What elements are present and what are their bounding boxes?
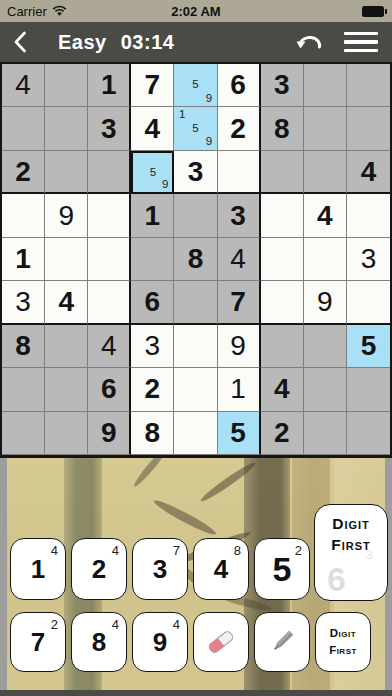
cell-r4c5[interactable] xyxy=(174,194,217,237)
given-digit: 4 xyxy=(145,115,161,143)
cell-r1c7[interactable]: 3 xyxy=(261,64,304,107)
digit-count-badge: 8 xyxy=(234,544,241,557)
cell-r5c7[interactable] xyxy=(261,238,304,281)
cell-r1c6[interactable]: 6 xyxy=(218,64,261,107)
cell-r6c5[interactable] xyxy=(174,281,217,324)
given-digit: 1 xyxy=(145,202,161,230)
bamboo-leaf xyxy=(132,458,171,489)
cell-r5c6[interactable]: 4 xyxy=(218,238,261,281)
pencil-digit: 5 xyxy=(189,122,202,135)
cell-r3c1[interactable]: 2 xyxy=(2,151,45,194)
pencil-digit: 5 xyxy=(147,166,159,178)
cell-r2c2[interactable] xyxy=(45,107,88,150)
given-digit: 1 xyxy=(101,71,117,99)
nav-bar: Easy 03:14 xyxy=(0,22,392,62)
cell-r6c9[interactable] xyxy=(347,281,390,324)
cell-r5c2[interactable] xyxy=(45,238,88,281)
given-digit: 6 xyxy=(101,375,117,403)
pencil-icon xyxy=(267,627,297,657)
cell-r7c1[interactable]: 8 xyxy=(2,325,45,368)
cell-r9c6[interactable]: 5 xyxy=(218,412,261,455)
bottom-bar xyxy=(0,690,392,696)
given-digit: 4 xyxy=(274,375,290,403)
cell-r9c8[interactable] xyxy=(304,412,347,455)
given-digit: 6 xyxy=(145,288,161,316)
entered-digit: 9 xyxy=(317,288,333,316)
keypad-digit: 4 xyxy=(214,556,228,582)
cell-r8c2[interactable] xyxy=(45,368,88,411)
digit-count-badge: 4 xyxy=(112,618,119,631)
menu-icon xyxy=(344,32,378,36)
entered-digit: 4 xyxy=(101,332,117,360)
eraser-button[interactable] xyxy=(193,612,249,672)
digit-first-button-label: DigitFirst xyxy=(329,625,357,660)
keypad-digit: 7 xyxy=(31,629,45,655)
cell-r7c8[interactable] xyxy=(304,325,347,368)
entered-digit: 9 xyxy=(230,332,246,360)
cell-r1c4[interactable]: 7 xyxy=(131,64,174,107)
given-digit: 8 xyxy=(15,332,31,360)
cell-r8c3[interactable]: 6 xyxy=(88,368,131,411)
cell-r9c7[interactable]: 2 xyxy=(261,412,304,455)
entered-digit: 3 xyxy=(15,288,31,316)
cell-r4c3[interactable] xyxy=(88,194,131,237)
cell-r1c5[interactable]: 59 xyxy=(174,64,217,107)
cell-r4c2[interactable]: 9 xyxy=(45,194,88,237)
back-button[interactable] xyxy=(0,22,40,62)
entered-digit: 4 xyxy=(15,71,31,99)
cell-r5c8[interactable] xyxy=(304,238,347,281)
cell-r5c9[interactable]: 3 xyxy=(347,238,390,281)
cell-r2c8[interactable] xyxy=(304,107,347,150)
given-digit: 2 xyxy=(15,158,31,186)
digit-4-button[interactable]: 48 xyxy=(193,538,249,600)
given-digit: 8 xyxy=(274,115,290,143)
entered-digit: 3 xyxy=(145,332,161,360)
eraser-icon xyxy=(204,627,238,657)
cell-r7c2[interactable] xyxy=(45,325,88,368)
battery-icon xyxy=(362,6,392,17)
digit-1-button[interactable]: 14 xyxy=(10,538,66,600)
cell-r9c5[interactable] xyxy=(174,412,217,455)
cell-r9c1[interactable] xyxy=(2,412,45,455)
cell-r4c9[interactable] xyxy=(347,194,390,237)
cell-r3c4[interactable]: 59 xyxy=(131,151,174,194)
cell-r4c8[interactable]: 4 xyxy=(304,194,347,237)
cell-r4c7[interactable] xyxy=(261,194,304,237)
given-digit: 3 xyxy=(274,71,290,99)
given-digit: 2 xyxy=(145,375,161,403)
given-digit: 7 xyxy=(230,288,246,316)
cell-r5c3[interactable] xyxy=(88,238,131,281)
cell-r2c9[interactable] xyxy=(347,107,390,150)
cell-r4c1[interactable] xyxy=(2,194,45,237)
cell-r5c4[interactable] xyxy=(131,238,174,281)
entered-digit: 9 xyxy=(58,202,74,230)
undo-button[interactable] xyxy=(292,25,326,59)
menu-button[interactable] xyxy=(344,25,378,59)
cell-r1c1[interactable]: 4 xyxy=(2,64,45,107)
cell-r6c8[interactable]: 9 xyxy=(304,281,347,324)
cell-r9c2[interactable] xyxy=(45,412,88,455)
digit-count-badge: 7 xyxy=(173,544,180,557)
cell-r2c5[interactable]: 159 xyxy=(174,107,217,150)
undo-icon xyxy=(295,31,323,53)
background-art: 1424374852DigitFirst63728494DigitFirst xyxy=(0,458,392,690)
pencil-digit: 5 xyxy=(189,78,202,91)
cell-r7c5[interactable] xyxy=(174,325,217,368)
cell-r2c1[interactable] xyxy=(2,107,45,150)
cell-r7c9[interactable]: 5 xyxy=(347,325,390,368)
cell-r6c4[interactable]: 6 xyxy=(131,281,174,324)
cell-r9c3[interactable]: 9 xyxy=(88,412,131,455)
given-digit: 7 xyxy=(145,71,161,99)
bamboo-leaf xyxy=(152,497,218,538)
keypad-digit: 8 xyxy=(92,629,106,655)
keypad-digit: 1 xyxy=(31,556,45,582)
cell-r9c9[interactable] xyxy=(347,412,390,455)
status-bar: Carrier 2:02 AM xyxy=(0,0,392,22)
given-digit: 1 xyxy=(15,245,31,273)
cell-r2c3[interactable]: 3 xyxy=(88,107,131,150)
cell-r1c3[interactable]: 1 xyxy=(88,64,131,107)
cell-r8c4[interactable]: 2 xyxy=(131,368,174,411)
cell-r2c6[interactable]: 2 xyxy=(218,107,261,150)
given-digit: 8 xyxy=(188,245,204,273)
entered-digit: 3 xyxy=(361,245,377,273)
cell-r6c2[interactable]: 4 xyxy=(45,281,88,324)
cell-r2c7[interactable]: 8 xyxy=(261,107,304,150)
digit-count-badge: 2 xyxy=(51,618,58,631)
cell-r8c1[interactable] xyxy=(2,368,45,411)
clock: 2:02 AM xyxy=(0,4,392,19)
digit-count-badge: 4 xyxy=(173,618,180,631)
cell-r6c7[interactable] xyxy=(261,281,304,324)
cell-r6c3[interactable] xyxy=(88,281,131,324)
entered-digit: 4 xyxy=(230,245,246,273)
cell-r3c9[interactable]: 4 xyxy=(347,151,390,194)
digit-6-count-ghost: 3 xyxy=(366,547,373,562)
cell-r8c7[interactable]: 4 xyxy=(261,368,304,411)
cell-r1c8[interactable] xyxy=(304,64,347,107)
given-digit: 6 xyxy=(230,71,246,99)
difficulty-label: Easy xyxy=(58,31,107,54)
cell-r7c3[interactable]: 4 xyxy=(88,325,131,368)
digit-count-badge: 4 xyxy=(51,544,58,557)
cell-r3c5[interactable]: 3 xyxy=(174,151,217,194)
digit-count-badge: 2 xyxy=(295,544,302,557)
cell-r2c4[interactable]: 4 xyxy=(131,107,174,150)
given-digit: 3 xyxy=(101,115,117,143)
pencil-digit: 1 xyxy=(175,108,188,121)
cell-r3c8[interactable] xyxy=(304,151,347,194)
given-digit: 3 xyxy=(188,158,204,186)
digit-3-button[interactable]: 37 xyxy=(132,538,188,600)
entered-digit: 1 xyxy=(230,375,246,403)
cell-r5c5[interactable]: 8 xyxy=(174,238,217,281)
cell-r6c6[interactable]: 7 xyxy=(218,281,261,324)
pencil-marks: 59 xyxy=(134,154,171,191)
keypad-digit: 3 xyxy=(153,556,167,582)
cell-r3c3[interactable] xyxy=(88,151,131,194)
cell-r3c7[interactable] xyxy=(261,151,304,194)
pencil-button[interactable] xyxy=(254,612,310,672)
digit-first-popup[interactable]: DigitFirst63 xyxy=(314,504,388,601)
given-digit: 8 xyxy=(145,419,161,447)
digit-count-badge: 4 xyxy=(112,544,119,557)
timer-label: 03:14 xyxy=(121,31,175,54)
cell-r7c6[interactable]: 9 xyxy=(218,325,261,368)
cell-r3c2[interactable] xyxy=(45,151,88,194)
cell-r8c6[interactable]: 1 xyxy=(218,368,261,411)
digit-7-button[interactable]: 72 xyxy=(10,612,66,672)
given-digit: 2 xyxy=(274,419,290,447)
given-digit: 2 xyxy=(230,115,246,143)
pencil-marks: 59 xyxy=(175,65,215,105)
given-digit: 3 xyxy=(230,202,246,230)
pencil-marks: 159 xyxy=(175,108,215,148)
digit-first-button[interactable]: DigitFirst xyxy=(315,612,371,672)
game-title: Easy 03:14 xyxy=(58,31,174,54)
digit-first-popup-label: DigitFirst xyxy=(315,514,387,556)
cell-r7c7[interactable] xyxy=(261,325,304,368)
app-screen: Carrier 2:02 AM Easy 03:14 xyxy=(0,0,392,696)
cell-r3c6[interactable] xyxy=(218,151,261,194)
cell-r5c1[interactable]: 1 xyxy=(2,238,45,281)
pencil-digit: 9 xyxy=(159,179,171,191)
cell-r8c8[interactable] xyxy=(304,368,347,411)
cell-r7c4[interactable]: 3 xyxy=(131,325,174,368)
left-edge xyxy=(0,458,7,690)
cell-r4c4[interactable]: 1 xyxy=(131,194,174,237)
digit-6-ghost: 6 xyxy=(327,562,346,596)
back-chevron-icon xyxy=(13,30,27,54)
given-digit: 5 xyxy=(361,332,377,360)
sudoku-board: 4175963341592825934913418433467984395621… xyxy=(0,62,392,458)
cell-r6c1[interactable]: 3 xyxy=(2,281,45,324)
cell-r1c2[interactable] xyxy=(45,64,88,107)
digit-5-button[interactable]: 52 xyxy=(254,538,310,600)
digit-8-button[interactable]: 84 xyxy=(71,612,127,672)
given-digit: 5 xyxy=(230,419,246,447)
keypad-digit: 9 xyxy=(153,629,167,655)
keypad-digit: 2 xyxy=(92,556,106,582)
keypad-digit: 5 xyxy=(273,552,292,586)
cell-r8c9[interactable] xyxy=(347,368,390,411)
pencil-digit: 9 xyxy=(202,135,215,148)
pencil-digit: 9 xyxy=(202,92,215,105)
cell-r4c6[interactable]: 3 xyxy=(218,194,261,237)
given-digit: 9 xyxy=(101,419,117,447)
given-digit: 4 xyxy=(361,158,377,186)
cell-r9c4[interactable]: 8 xyxy=(131,412,174,455)
digit-2-button[interactable]: 24 xyxy=(71,538,127,600)
cell-r1c9[interactable] xyxy=(347,64,390,107)
given-digit: 4 xyxy=(58,288,74,316)
cell-r8c5[interactable] xyxy=(174,368,217,411)
digit-9-button[interactable]: 94 xyxy=(132,612,188,672)
given-digit: 4 xyxy=(317,202,333,230)
